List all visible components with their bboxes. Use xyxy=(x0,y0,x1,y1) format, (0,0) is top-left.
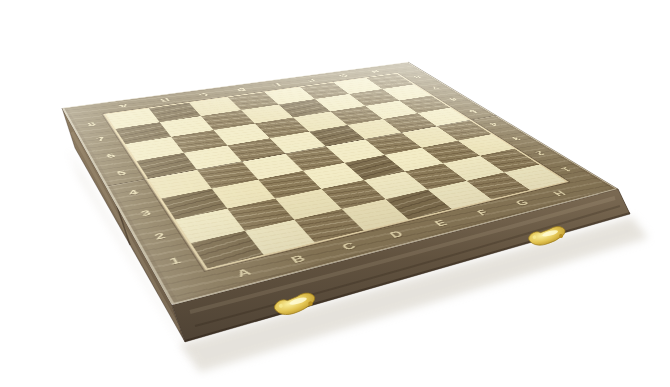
photo-stage: ABCDEFGH 87654321 87654321 ABCDEFGH xyxy=(0,0,670,387)
